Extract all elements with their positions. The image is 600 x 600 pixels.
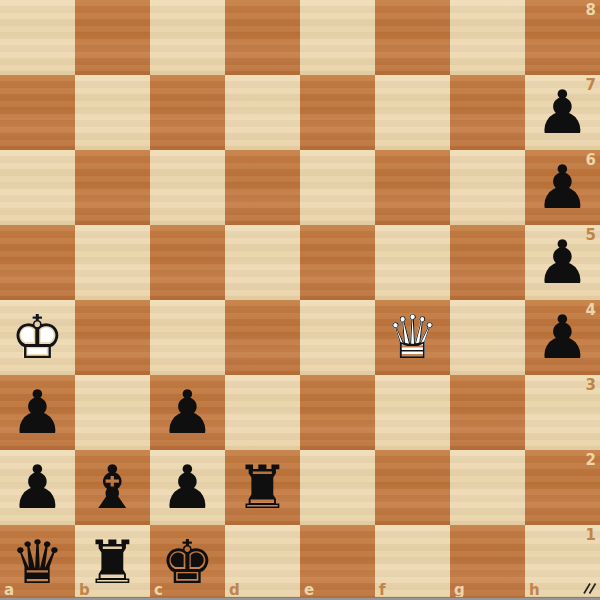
white-king[interactable]: ♚♔ [0, 300, 75, 375]
square-e1[interactable]: e [300, 525, 375, 600]
square-c4[interactable] [150, 300, 225, 375]
square-h5[interactable]: ♟5 [525, 225, 600, 300]
square-c1[interactable]: ♚c [150, 525, 225, 600]
black-to-move-icon [581, 582, 597, 595]
black-pawn[interactable]: ♟ [525, 150, 600, 225]
square-c6[interactable] [150, 150, 225, 225]
square-b4[interactable] [75, 300, 150, 375]
white-piece-outline-layer: ♔ [0, 300, 75, 375]
square-a6[interactable] [0, 150, 75, 225]
square-c3[interactable]: ♟ [150, 375, 225, 450]
square-b5[interactable] [75, 225, 150, 300]
square-d8[interactable] [225, 0, 300, 75]
board-grid: 8♟7♟6♟5♚♔♛♕♟4♟♟3♟♝♟♜2♛a♜b♚cdefg1h [0, 0, 600, 600]
square-c2[interactable]: ♟ [150, 450, 225, 525]
square-b3[interactable] [75, 375, 150, 450]
square-a2[interactable]: ♟ [0, 450, 75, 525]
square-e2[interactable] [300, 450, 375, 525]
black-queen[interactable]: ♛ [0, 525, 75, 600]
square-g7[interactable] [450, 75, 525, 150]
square-d4[interactable] [225, 300, 300, 375]
square-d3[interactable] [225, 375, 300, 450]
square-h7[interactable]: ♟7 [525, 75, 600, 150]
square-e6[interactable] [300, 150, 375, 225]
square-h4[interactable]: ♟4 [525, 300, 600, 375]
white-queen[interactable]: ♛♕ [375, 300, 450, 375]
square-a8[interactable] [0, 0, 75, 75]
square-g3[interactable] [450, 375, 525, 450]
rank-label-8: 8 [586, 1, 596, 19]
square-h8[interactable]: 8 [525, 0, 600, 75]
black-pawn[interactable]: ♟ [0, 375, 75, 450]
black-pawn[interactable]: ♟ [150, 450, 225, 525]
square-f4[interactable]: ♛♕ [375, 300, 450, 375]
rank-label-3: 3 [586, 376, 596, 394]
square-b2[interactable]: ♝ [75, 450, 150, 525]
square-a5[interactable] [0, 225, 75, 300]
square-a4[interactable]: ♚♔ [0, 300, 75, 375]
black-king[interactable]: ♚ [150, 525, 225, 600]
black-pawn[interactable]: ♟ [150, 375, 225, 450]
square-d5[interactable] [225, 225, 300, 300]
rank-label-1: 1 [586, 526, 596, 544]
black-bishop[interactable]: ♝ [75, 450, 150, 525]
black-rook[interactable]: ♜ [75, 525, 150, 600]
square-g5[interactable] [450, 225, 525, 300]
square-d6[interactable] [225, 150, 300, 225]
square-e4[interactable] [300, 300, 375, 375]
black-pawn[interactable]: ♟ [525, 75, 600, 150]
square-b1[interactable]: ♜b [75, 525, 150, 600]
square-f3[interactable] [375, 375, 450, 450]
square-a7[interactable] [0, 75, 75, 150]
square-e7[interactable] [300, 75, 375, 150]
square-g8[interactable] [450, 0, 525, 75]
square-g6[interactable] [450, 150, 525, 225]
square-c5[interactable] [150, 225, 225, 300]
square-f5[interactable] [375, 225, 450, 300]
black-pawn[interactable]: ♟ [525, 300, 600, 375]
square-a1[interactable]: ♛a [0, 525, 75, 600]
square-f6[interactable] [375, 150, 450, 225]
black-rook[interactable]: ♜ [225, 450, 300, 525]
square-h3[interactable]: 3 [525, 375, 600, 450]
square-f7[interactable] [375, 75, 450, 150]
rank-label-2: 2 [586, 451, 596, 469]
square-c8[interactable] [150, 0, 225, 75]
square-g2[interactable] [450, 450, 525, 525]
black-pawn[interactable]: ♟ [0, 450, 75, 525]
square-c7[interactable] [150, 75, 225, 150]
chess-board: 8♟7♟6♟5♚♔♛♕♟4♟♟3♟♝♟♜2♛a♜b♚cdefg1h [0, 0, 600, 600]
square-b8[interactable] [75, 0, 150, 75]
white-piece-outline-layer: ♕ [375, 300, 450, 375]
square-f1[interactable]: f [375, 525, 450, 600]
square-e5[interactable] [300, 225, 375, 300]
square-e3[interactable] [300, 375, 375, 450]
square-d2[interactable]: ♜ [225, 450, 300, 525]
square-g1[interactable]: g [450, 525, 525, 600]
square-b6[interactable] [75, 150, 150, 225]
square-h2[interactable]: 2 [525, 450, 600, 525]
square-e8[interactable] [300, 0, 375, 75]
black-pawn[interactable]: ♟ [525, 225, 600, 300]
square-h6[interactable]: ♟6 [525, 150, 600, 225]
square-a3[interactable]: ♟ [0, 375, 75, 450]
square-f8[interactable] [375, 0, 450, 75]
square-d1[interactable]: d [225, 525, 300, 600]
square-f2[interactable] [375, 450, 450, 525]
square-g4[interactable] [450, 300, 525, 375]
square-b7[interactable] [75, 75, 150, 150]
square-d7[interactable] [225, 75, 300, 150]
